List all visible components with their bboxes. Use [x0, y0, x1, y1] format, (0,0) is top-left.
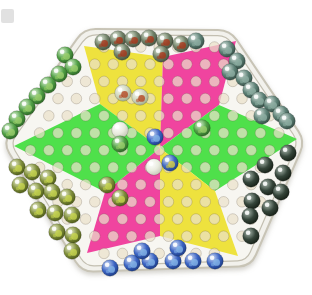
board-hole[interactable] — [237, 162, 248, 173]
marble-swirl — [53, 234, 57, 238]
marble-body[interactable] — [243, 228, 260, 245]
board-hole[interactable] — [154, 111, 165, 122]
marble-blue[interactable] — [147, 129, 164, 146]
marble-highlight — [232, 55, 237, 60]
marble-swirl — [177, 46, 181, 50]
marble-swirl — [69, 237, 73, 241]
board-hole[interactable] — [191, 179, 202, 190]
chinese-checkers-board — [0, 0, 312, 295]
marble-highlight — [176, 38, 181, 43]
board-hole[interactable] — [172, 179, 183, 190]
marble-blue[interactable] — [170, 240, 187, 257]
board-hole[interactable] — [264, 145, 275, 156]
board-hole[interactable] — [80, 76, 91, 87]
marble-swirl — [44, 180, 48, 184]
marble-swirl — [61, 57, 65, 61]
marble-swirl — [48, 194, 52, 198]
marble-swirl — [106, 270, 110, 274]
marble-highlight — [113, 33, 118, 38]
board-hole[interactable] — [209, 179, 220, 190]
board-hole[interactable] — [136, 214, 147, 225]
marble-redclear[interactable] — [115, 85, 132, 102]
board-hole[interactable] — [34, 128, 45, 139]
marble-highlight — [115, 138, 120, 143]
marble-swirl — [99, 44, 103, 48]
marble-highlight — [128, 33, 133, 38]
board-hole[interactable] — [90, 231, 101, 242]
marble-swirl — [226, 74, 230, 78]
marble-highlight — [67, 209, 72, 214]
marble-swirl — [240, 80, 244, 84]
marble-highlight — [12, 113, 17, 118]
marble-highlight — [191, 35, 196, 40]
marble-swirl — [146, 263, 150, 267]
marble-swirl — [114, 41, 118, 45]
marble-highlight — [31, 185, 36, 190]
marble-highlight — [135, 91, 140, 96]
marble-green[interactable] — [194, 120, 211, 137]
marble-swirl — [258, 118, 262, 122]
board-hole[interactable] — [191, 145, 202, 156]
marble-green[interactable] — [112, 136, 129, 153]
marble-body[interactable] — [146, 159, 163, 176]
board-hole[interactable] — [255, 128, 266, 139]
marble-swirl — [68, 217, 72, 221]
marble-olive[interactable] — [49, 224, 66, 241]
marble-body[interactable] — [242, 208, 259, 225]
marble-highlight — [137, 245, 142, 250]
board-hole[interactable] — [209, 111, 220, 122]
marble-olive[interactable] — [44, 184, 61, 201]
board-hole[interactable] — [62, 179, 73, 190]
marble-blueyellow[interactable] — [162, 155, 179, 172]
marble-highlight — [150, 131, 155, 136]
marble-swirl — [166, 165, 170, 169]
marble-highlight — [278, 167, 283, 172]
marble-highlight — [68, 61, 73, 66]
marble-highlight — [68, 229, 73, 234]
marble-olive[interactable] — [64, 207, 81, 224]
marble-highlight — [33, 204, 38, 209]
board-hole[interactable] — [80, 111, 91, 122]
marble-black[interactable] — [257, 157, 274, 174]
board-hole[interactable] — [80, 145, 91, 156]
board-hole[interactable] — [172, 214, 183, 225]
marble-swirl — [211, 263, 215, 267]
marble-swirl — [128, 265, 132, 269]
marble-blue[interactable] — [185, 253, 202, 270]
marble-highlight — [149, 161, 154, 166]
marble-olive[interactable] — [9, 159, 26, 176]
board-hole[interactable] — [71, 93, 82, 104]
marble-swirl — [55, 76, 59, 80]
marble-olive[interactable] — [30, 202, 47, 219]
marble-body[interactable] — [273, 184, 290, 201]
marble-black[interactable] — [243, 171, 260, 188]
board-hole[interactable] — [218, 231, 229, 242]
marble-swirl — [223, 51, 227, 55]
marble-highlight — [197, 122, 202, 127]
board-hole[interactable] — [218, 93, 229, 104]
board-hole[interactable] — [145, 197, 156, 208]
marble-swirl — [268, 106, 272, 110]
marble-body[interactable] — [257, 157, 274, 174]
marble-highlight — [22, 101, 27, 106]
marble-redswirl[interactable] — [95, 34, 112, 51]
marble-olive[interactable] — [47, 205, 64, 222]
board-hole[interactable] — [228, 145, 239, 156]
marble-swirl — [6, 133, 10, 137]
board-hole[interactable] — [182, 128, 193, 139]
board-hole[interactable] — [108, 59, 119, 70]
marble-highlight — [188, 255, 193, 260]
board-hole[interactable] — [182, 162, 193, 173]
photo-artifact — [1, 9, 14, 23]
marble-highlight — [222, 43, 227, 48]
board-hole[interactable] — [62, 145, 73, 156]
board-hole[interactable] — [200, 231, 211, 242]
marble-highlight — [265, 202, 270, 207]
board-hole[interactable] — [90, 197, 101, 208]
marble-highlight — [276, 108, 281, 113]
marble-highlight — [67, 245, 72, 250]
marble-swirl — [174, 250, 178, 254]
marble-swirl — [136, 99, 140, 103]
marble-swirl — [28, 174, 32, 178]
marble-highlight — [168, 255, 173, 260]
marble-swirl — [283, 123, 287, 127]
marble-swirl — [63, 199, 67, 203]
marble-swirl — [247, 92, 251, 96]
marble-swirl — [145, 40, 149, 44]
board-hole[interactable] — [108, 162, 119, 173]
marble-blue[interactable] — [102, 260, 119, 277]
marble-swirl — [198, 130, 202, 134]
marble-swirl — [103, 187, 107, 191]
marble-highlight — [127, 257, 132, 262]
marble-swirl — [32, 193, 36, 197]
marble-highlight — [144, 32, 149, 37]
marble-olive[interactable] — [12, 177, 29, 194]
board-hole[interactable] — [182, 231, 193, 242]
marble-body[interactable] — [244, 193, 261, 210]
marble-swirl — [138, 253, 142, 257]
board-hole[interactable] — [126, 59, 137, 70]
board-hole[interactable] — [228, 111, 239, 122]
board-hole[interactable] — [209, 42, 220, 53]
marble-highlight — [210, 255, 215, 260]
marble-redswirl[interactable] — [125, 31, 142, 48]
board-hole[interactable] — [163, 128, 174, 139]
marble-swirl — [68, 253, 72, 257]
board-hole[interactable] — [117, 214, 128, 225]
marble-swirl — [33, 98, 37, 102]
marble-highlight — [254, 94, 259, 99]
board-hole[interactable] — [200, 162, 211, 173]
marble-redswirl[interactable] — [141, 30, 158, 47]
board-hole[interactable] — [182, 93, 193, 104]
marble-redswirl[interactable] — [114, 44, 131, 61]
board-hole[interactable] — [182, 197, 193, 208]
marble-olive[interactable] — [65, 227, 82, 244]
board-hole[interactable] — [62, 111, 73, 122]
marble-olive[interactable] — [99, 177, 116, 194]
marble-swirl — [255, 102, 259, 106]
board-hole[interactable] — [99, 214, 110, 225]
board-hole[interactable] — [80, 179, 91, 190]
marble-highlight — [276, 186, 281, 191]
marble-highlight — [115, 124, 120, 129]
marble-highlight — [43, 172, 48, 177]
marble-black[interactable] — [273, 184, 290, 201]
board-hole[interactable] — [209, 76, 220, 87]
marble-swirl — [34, 212, 38, 216]
board-hole[interactable] — [108, 231, 119, 242]
board-hole[interactable] — [53, 128, 64, 139]
marble-redswirl[interactable] — [173, 36, 190, 53]
marble-green[interactable] — [2, 123, 19, 140]
board-hole[interactable] — [218, 197, 229, 208]
marble-olive[interactable] — [24, 164, 41, 181]
board-hole[interactable] — [99, 248, 110, 259]
marble-clear[interactable] — [146, 159, 163, 176]
marble-swirl — [116, 200, 120, 204]
board-hole[interactable] — [136, 145, 147, 156]
board-hole[interactable] — [145, 59, 156, 70]
marble-black[interactable] — [262, 200, 279, 217]
marble-swirl — [51, 215, 55, 219]
marble-swirl — [129, 41, 133, 45]
marble-highlight — [12, 161, 17, 166]
marble-highlight — [245, 210, 250, 215]
board-hole[interactable] — [200, 59, 211, 70]
board-hole[interactable] — [99, 76, 110, 87]
board-hole[interactable] — [200, 93, 211, 104]
board-hole[interactable] — [136, 179, 147, 190]
marble-highlight — [105, 262, 110, 267]
board-hole[interactable] — [191, 214, 202, 225]
marble-black[interactable] — [280, 145, 297, 162]
marble-swirl — [44, 87, 48, 91]
board-hole[interactable] — [228, 179, 239, 190]
board-hole[interactable] — [44, 111, 55, 122]
photo-canvas — [0, 0, 312, 295]
board-hole[interactable] — [228, 214, 239, 225]
marble-highlight — [60, 49, 65, 54]
marble-highlight — [62, 191, 67, 196]
marble-highlight — [117, 46, 122, 51]
marble-swirl — [189, 263, 193, 267]
board-hole[interactable] — [172, 76, 183, 87]
board-hole[interactable] — [209, 214, 220, 225]
board-hole[interactable] — [218, 128, 229, 139]
marble-swirl — [151, 139, 155, 143]
marble-olive[interactable] — [112, 190, 129, 207]
marble-highlight — [239, 72, 244, 77]
board-hole[interactable] — [136, 111, 147, 122]
board-hole[interactable] — [154, 145, 165, 156]
marble-highlight — [260, 159, 265, 164]
board-hole[interactable] — [117, 179, 128, 190]
marble-highlight — [283, 147, 288, 152]
marble-olive[interactable] — [28, 183, 45, 200]
board-hole[interactable] — [71, 162, 82, 173]
marble-swirl — [116, 146, 120, 150]
board-hole[interactable] — [209, 145, 220, 156]
marble-swirl — [13, 169, 17, 173]
marble-highlight — [50, 207, 55, 212]
board-hole[interactable] — [172, 145, 183, 156]
board-hole[interactable] — [163, 93, 174, 104]
marble-body[interactable] — [262, 200, 279, 217]
marble-redclear[interactable] — [132, 89, 149, 106]
marble-highlight — [32, 90, 37, 95]
board-hole[interactable] — [25, 145, 36, 156]
board-hole[interactable] — [172, 111, 183, 122]
board-hole[interactable] — [53, 93, 64, 104]
marble-black[interactable] — [242, 208, 259, 225]
marble-highlight — [246, 173, 251, 178]
marble-highlight — [246, 230, 251, 235]
marble-body[interactable] — [280, 145, 297, 162]
marble-blue[interactable] — [134, 243, 151, 260]
board-hole[interactable] — [182, 59, 193, 70]
marble-highlight — [247, 195, 252, 200]
board-hole[interactable] — [274, 128, 285, 139]
marble-redswirl[interactable] — [153, 46, 170, 63]
marble-body[interactable] — [275, 165, 292, 182]
marble-body[interactable] — [243, 171, 260, 188]
board-hole[interactable] — [154, 179, 165, 190]
board-hole[interactable] — [90, 93, 101, 104]
marble-swirl — [118, 54, 122, 58]
board-hole[interactable] — [246, 145, 257, 156]
board-hole[interactable] — [44, 145, 55, 156]
marble-highlight — [15, 179, 20, 184]
board-hole[interactable] — [191, 111, 202, 122]
marble-teal[interactable] — [279, 113, 296, 130]
marble-highlight — [173, 242, 178, 247]
board-hole[interactable] — [237, 128, 248, 139]
marble-teal[interactable] — [254, 108, 271, 125]
marble-highlight — [160, 35, 165, 40]
marble-highlight — [27, 166, 32, 171]
marble-swirl — [192, 43, 196, 47]
marble-highlight — [225, 66, 230, 71]
marble-highlight — [257, 110, 262, 115]
marble-highlight — [267, 98, 272, 103]
board-hole[interactable] — [200, 197, 211, 208]
marble-highlight — [118, 87, 123, 92]
board-hole[interactable] — [126, 162, 137, 173]
marble-black[interactable] — [243, 228, 260, 245]
marble-highlight — [246, 84, 251, 89]
marble-olive[interactable] — [64, 243, 81, 260]
marble-black[interactable] — [244, 193, 261, 210]
board-hole[interactable] — [145, 231, 156, 242]
marble-swirl — [69, 69, 73, 73]
marble-swirl — [169, 263, 173, 267]
board-hole[interactable] — [53, 162, 64, 173]
marble-highlight — [5, 125, 10, 130]
marble-highlight — [43, 79, 48, 84]
board-hole[interactable] — [71, 128, 82, 139]
board-hole[interactable] — [117, 111, 128, 122]
marble-teal[interactable] — [188, 33, 205, 50]
marble-highlight — [165, 157, 170, 162]
marble-highlight — [263, 181, 268, 186]
marble-highlight — [102, 179, 107, 184]
marble-highlight — [54, 68, 59, 73]
marble-olive[interactable] — [59, 189, 76, 206]
marble-highlight — [115, 192, 120, 197]
marble-highlight — [98, 36, 103, 41]
marble-highlight — [156, 48, 161, 53]
marble-blue[interactable] — [207, 253, 224, 270]
marble-black[interactable] — [275, 165, 292, 182]
board-hole[interactable] — [90, 128, 101, 139]
board-hole[interactable] — [99, 145, 110, 156]
marble-highlight — [282, 115, 287, 120]
board-hole[interactable] — [191, 76, 202, 87]
board-hole[interactable] — [90, 59, 101, 70]
board-hole[interactable] — [99, 111, 110, 122]
marble-swirl — [23, 109, 27, 113]
marble-highlight — [52, 226, 57, 231]
board-hole[interactable] — [136, 76, 147, 87]
marble-swirl — [119, 95, 123, 99]
board-hole[interactable] — [154, 214, 165, 225]
board-hole[interactable] — [163, 231, 174, 242]
board-hole[interactable] — [154, 76, 165, 87]
board-hole[interactable] — [218, 162, 229, 173]
marble-highlight — [47, 186, 52, 191]
board-hole[interactable] — [126, 231, 137, 242]
board-hole[interactable] — [163, 197, 174, 208]
board-hole[interactable] — [80, 214, 91, 225]
marble-swirl — [16, 187, 20, 191]
board-hole[interactable] — [90, 162, 101, 173]
marble-swirl — [157, 56, 161, 60]
